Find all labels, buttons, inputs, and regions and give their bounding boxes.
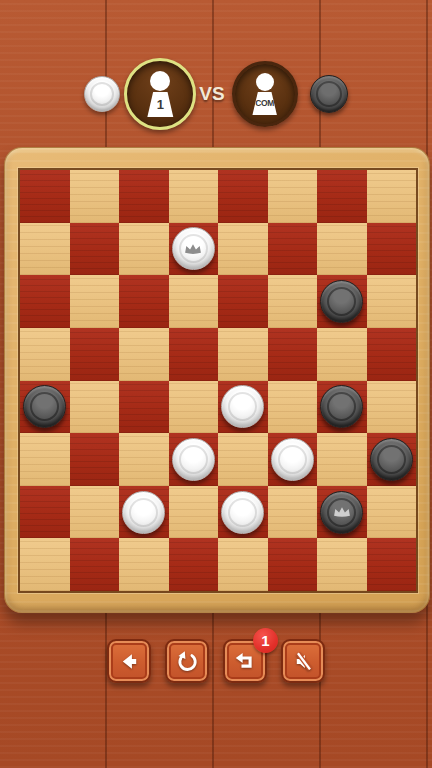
white-king[interactable] <box>172 227 215 270</box>
black-man[interactable] <box>320 280 363 323</box>
toolbar: 1 <box>0 639 432 683</box>
player2-label: COM <box>255 99 274 108</box>
person-torso: COM <box>248 92 282 115</box>
board-cell-r1c5[interactable] <box>268 223 318 276</box>
board-cell-r3c3[interactable] <box>169 328 219 381</box>
white-checker-icon <box>84 76 120 112</box>
white-man[interactable] <box>122 491 165 534</box>
board-frame <box>4 147 430 613</box>
board-cell-r5c7[interactable] <box>367 433 417 486</box>
board-cell-r6c0[interactable] <box>20 486 70 539</box>
board-cell-r6c1[interactable] <box>70 486 120 539</box>
white-man[interactable] <box>172 438 215 481</box>
board-cell-r4c2[interactable] <box>119 381 169 434</box>
match-header: 1 VS COM <box>0 58 432 130</box>
board-cell-r7c4[interactable] <box>218 538 268 591</box>
board-cell-r6c7[interactable] <box>367 486 417 539</box>
board-cell-r2c2[interactable] <box>119 275 169 328</box>
board-cell-r0c1[interactable] <box>70 170 120 223</box>
vs-label: VS <box>199 83 224 105</box>
board-cell-r7c0[interactable] <box>20 538 70 591</box>
black-man[interactable] <box>23 385 66 428</box>
player1-label: 1 <box>157 98 164 111</box>
board-cell-r1c4[interactable] <box>218 223 268 276</box>
board-cell-r5c6[interactable] <box>317 433 367 486</box>
person-icon: COM <box>246 73 283 115</box>
board-cell-r3c2[interactable] <box>119 328 169 381</box>
board-cell-r3c4[interactable] <box>218 328 268 381</box>
board-cell-r2c3[interactable] <box>169 275 219 328</box>
board-cell-r5c4[interactable] <box>218 433 268 486</box>
player1-avatar: 1 <box>124 58 196 130</box>
white-man[interactable] <box>221 385 264 428</box>
board-cell-r7c1[interactable] <box>70 538 120 591</box>
board-cell-r4c4[interactable] <box>218 381 268 434</box>
board-cell-r4c1[interactable] <box>70 381 120 434</box>
board-cell-r1c1[interactable] <box>70 223 120 276</box>
board-cell-r7c3[interactable] <box>169 538 219 591</box>
person-head <box>150 71 170 91</box>
board-cell-r2c5[interactable] <box>268 275 318 328</box>
mute-button[interactable] <box>281 639 325 683</box>
player2-avatar: COM <box>232 61 298 127</box>
person-icon: 1 <box>140 71 180 117</box>
back-button[interactable] <box>107 639 151 683</box>
board-cell-r4c3[interactable] <box>169 381 219 434</box>
board-cell-r7c7[interactable] <box>367 538 417 591</box>
crown-icon <box>183 242 203 256</box>
black-checker-icon <box>310 75 348 113</box>
board-cell-r5c3[interactable] <box>169 433 219 486</box>
board-cell-r7c2[interactable] <box>119 538 169 591</box>
board-cell-r3c7[interactable] <box>367 328 417 381</box>
board-cell-r3c0[interactable] <box>20 328 70 381</box>
board-cell-r5c0[interactable] <box>20 433 70 486</box>
board-cell-r6c4[interactable] <box>218 486 268 539</box>
person-torso: 1 <box>142 92 178 117</box>
checkers-app: 1 VS COM <box>0 0 432 768</box>
board-cell-r1c2[interactable] <box>119 223 169 276</box>
board-cell-r0c7[interactable] <box>367 170 417 223</box>
board-cell-r7c6[interactable] <box>317 538 367 591</box>
crown-icon <box>332 505 352 519</box>
person-head <box>256 73 274 91</box>
board-cell-r2c0[interactable] <box>20 275 70 328</box>
undo-button[interactable]: 1 <box>223 639 267 683</box>
black-man[interactable] <box>320 385 363 428</box>
undo-count-badge: 1 <box>253 628 278 653</box>
board-cell-r2c4[interactable] <box>218 275 268 328</box>
board-cell-r2c7[interactable] <box>367 275 417 328</box>
board-cell-r4c5[interactable] <box>268 381 318 434</box>
back-arrow-icon <box>118 650 141 673</box>
board-cell-r1c3[interactable] <box>169 223 219 276</box>
board-cell-r7c5[interactable] <box>268 538 318 591</box>
board-cell-r5c2[interactable] <box>119 433 169 486</box>
board-cell-r3c1[interactable] <box>70 328 120 381</box>
white-man[interactable] <box>221 491 264 534</box>
black-king[interactable] <box>320 491 363 534</box>
board-cell-r6c6[interactable] <box>317 486 367 539</box>
board-cell-r1c0[interactable] <box>20 223 70 276</box>
restart-button[interactable] <box>165 639 209 683</box>
board-cell-r0c4[interactable] <box>218 170 268 223</box>
restart-icon <box>176 650 199 673</box>
black-man[interactable] <box>370 438 413 481</box>
white-man[interactable] <box>271 438 314 481</box>
board-cell-r0c6[interactable] <box>317 170 367 223</box>
board-cell-r6c2[interactable] <box>119 486 169 539</box>
mute-icon <box>292 650 315 673</box>
undo-icon <box>234 650 257 673</box>
board-cell-r0c3[interactable] <box>169 170 219 223</box>
board-cell-r2c6[interactable] <box>317 275 367 328</box>
board-cell-r5c1[interactable] <box>70 433 120 486</box>
board-cell-r6c3[interactable] <box>169 486 219 539</box>
board-cell-r4c6[interactable] <box>317 381 367 434</box>
board-cell-r4c7[interactable] <box>367 381 417 434</box>
board-cell-r2c1[interactable] <box>70 275 120 328</box>
board-cell-r3c6[interactable] <box>317 328 367 381</box>
board-cell-r3c5[interactable] <box>268 328 318 381</box>
board-cell-r4c0[interactable] <box>20 381 70 434</box>
board-grid <box>18 168 418 593</box>
board-cell-r0c2[interactable] <box>119 170 169 223</box>
board-cell-r6c5[interactable] <box>268 486 318 539</box>
board-cell-r1c6[interactable] <box>317 223 367 276</box>
board-cell-r0c5[interactable] <box>268 170 318 223</box>
board-cell-r1c7[interactable] <box>367 223 417 276</box>
board-cell-r0c0[interactable] <box>20 170 70 223</box>
board-cell-r5c5[interactable] <box>268 433 318 486</box>
